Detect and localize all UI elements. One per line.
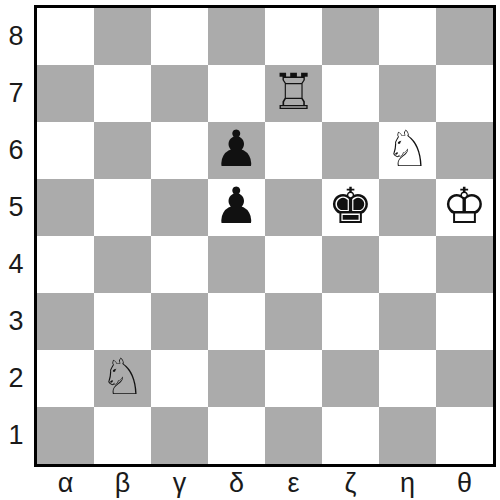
file-label-epsilon: ε xyxy=(265,464,322,500)
square-θ6[interactable] xyxy=(436,122,493,179)
square-θ8[interactable] xyxy=(436,8,493,65)
square-α4[interactable] xyxy=(37,236,94,293)
file-label-eta: η xyxy=(379,464,436,500)
square-α1[interactable] xyxy=(37,407,94,464)
white-rook[interactable]: ♖ xyxy=(271,65,316,121)
square-θ7[interactable] xyxy=(436,65,493,122)
square-ζ7[interactable] xyxy=(322,65,379,122)
square-γ7[interactable] xyxy=(151,65,208,122)
file-label-delta: δ xyxy=(208,464,265,500)
square-γ6[interactable] xyxy=(151,122,208,179)
square-α7[interactable] xyxy=(37,65,94,122)
file-label-zeta: ζ xyxy=(322,464,379,500)
square-δ5[interactable]: ♟ xyxy=(208,179,265,236)
rank-label-6: 6 xyxy=(0,122,32,179)
square-η3[interactable] xyxy=(379,293,436,350)
square-η5[interactable] xyxy=(379,179,436,236)
rank-labels: 8 7 6 5 4 3 2 1 xyxy=(0,8,32,464)
square-α5[interactable] xyxy=(37,179,94,236)
file-label-beta: β xyxy=(94,464,151,500)
square-β3[interactable] xyxy=(94,293,151,350)
black-king[interactable]: ♚ xyxy=(328,179,373,235)
square-δ2[interactable] xyxy=(208,350,265,407)
square-ζ3[interactable] xyxy=(322,293,379,350)
square-ε5[interactable] xyxy=(265,179,322,236)
white-knight[interactable]: ♘ xyxy=(385,122,430,178)
white-king[interactable]: ♔ xyxy=(442,179,487,235)
square-θ2[interactable] xyxy=(436,350,493,407)
square-η6[interactable]: ♘ xyxy=(379,122,436,179)
rank-label-2: 2 xyxy=(0,350,32,407)
file-labels: α β γ δ ε ζ η θ xyxy=(37,464,493,500)
square-α6[interactable] xyxy=(37,122,94,179)
square-δ3[interactable] xyxy=(208,293,265,350)
square-β2[interactable]: ♘ xyxy=(94,350,151,407)
square-η1[interactable] xyxy=(379,407,436,464)
square-δ7[interactable] xyxy=(208,65,265,122)
square-η8[interactable] xyxy=(379,8,436,65)
square-γ2[interactable] xyxy=(151,350,208,407)
square-ζ5[interactable]: ♚ xyxy=(322,179,379,236)
square-α8[interactable] xyxy=(37,8,94,65)
square-ζ1[interactable] xyxy=(322,407,379,464)
square-ζ6[interactable] xyxy=(322,122,379,179)
square-θ3[interactable] xyxy=(436,293,493,350)
square-ε3[interactable] xyxy=(265,293,322,350)
black-pawn[interactable]: ♟ xyxy=(214,179,259,235)
rank-label-1: 1 xyxy=(0,407,32,464)
square-α2[interactable] xyxy=(37,350,94,407)
square-ε8[interactable] xyxy=(265,8,322,65)
square-γ5[interactable] xyxy=(151,179,208,236)
rank-label-3: 3 xyxy=(0,293,32,350)
chess-board[interactable]: ♖♟♘♟♚♔♘ xyxy=(34,5,496,467)
square-β5[interactable] xyxy=(94,179,151,236)
square-ε7[interactable]: ♖ xyxy=(265,65,322,122)
square-γ1[interactable] xyxy=(151,407,208,464)
square-ζ8[interactable] xyxy=(322,8,379,65)
square-ε6[interactable] xyxy=(265,122,322,179)
rank-label-8: 8 xyxy=(0,8,32,65)
rank-label-4: 4 xyxy=(0,236,32,293)
square-η7[interactable] xyxy=(379,65,436,122)
square-θ5[interactable]: ♔ xyxy=(436,179,493,236)
square-ε4[interactable] xyxy=(265,236,322,293)
square-ε1[interactable] xyxy=(265,407,322,464)
square-δ4[interactable] xyxy=(208,236,265,293)
white-knight[interactable]: ♘ xyxy=(100,350,145,406)
square-β6[interactable] xyxy=(94,122,151,179)
rank-label-7: 7 xyxy=(0,65,32,122)
square-δ8[interactable] xyxy=(208,8,265,65)
square-δ6[interactable]: ♟ xyxy=(208,122,265,179)
square-β7[interactable] xyxy=(94,65,151,122)
square-θ1[interactable] xyxy=(436,407,493,464)
square-ζ4[interactable] xyxy=(322,236,379,293)
square-ζ2[interactable] xyxy=(322,350,379,407)
square-γ3[interactable] xyxy=(151,293,208,350)
square-η4[interactable] xyxy=(379,236,436,293)
square-β8[interactable] xyxy=(94,8,151,65)
rank-label-5: 5 xyxy=(0,179,32,236)
square-δ1[interactable] xyxy=(208,407,265,464)
square-θ4[interactable] xyxy=(436,236,493,293)
square-β4[interactable] xyxy=(94,236,151,293)
square-γ8[interactable] xyxy=(151,8,208,65)
black-pawn[interactable]: ♟ xyxy=(214,122,259,178)
square-α3[interactable] xyxy=(37,293,94,350)
square-β1[interactable] xyxy=(94,407,151,464)
chess-diagram: 8 7 6 5 4 3 2 1 ♖♟♘♟♚♔♘ α β γ δ ε ζ η θ xyxy=(0,0,500,500)
square-η2[interactable] xyxy=(379,350,436,407)
square-ε2[interactable] xyxy=(265,350,322,407)
file-label-theta: θ xyxy=(436,464,493,500)
square-γ4[interactable] xyxy=(151,236,208,293)
file-label-alpha: α xyxy=(37,464,94,500)
file-label-gamma: γ xyxy=(151,464,208,500)
